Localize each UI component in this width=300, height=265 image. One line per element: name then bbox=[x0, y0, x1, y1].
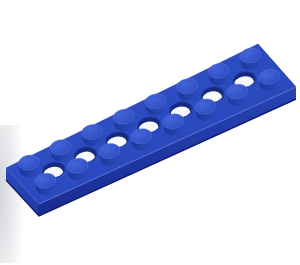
product-image bbox=[0, 0, 300, 265]
lego-plate bbox=[6, 44, 296, 216]
lego-plate-render bbox=[0, 0, 300, 265]
